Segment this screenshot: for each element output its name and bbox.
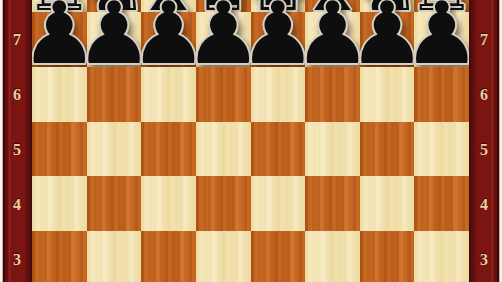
square-a6[interactable]	[32, 67, 87, 122]
rank-label-right-3: 3	[469, 250, 502, 270]
square-e4[interactable]	[251, 176, 306, 231]
square-c3[interactable]	[141, 231, 196, 282]
chess-board: ♜♞♝♛♚♝♞♜♟♟♟♟♟♟♟♟	[32, 0, 469, 282]
square-e5[interactable]	[251, 122, 306, 177]
square-c4[interactable]	[141, 176, 196, 231]
square-e3[interactable]	[251, 231, 306, 282]
square-f3[interactable]	[305, 231, 360, 282]
square-h6[interactable]	[414, 67, 469, 122]
square-g4[interactable]	[360, 176, 415, 231]
square-d6[interactable]	[196, 67, 251, 122]
square-a5[interactable]	[32, 122, 87, 177]
square-h4[interactable]	[414, 176, 469, 231]
piece-black-pawn-h7[interactable]: ♟	[403, 0, 469, 76]
square-f5[interactable]	[305, 122, 360, 177]
square-g6[interactable]	[360, 67, 415, 122]
square-h3[interactable]	[414, 231, 469, 282]
chess-app-window: ♜♞♝♛♚♝♞♜♟♟♟♟♟♟♟♟ 76543 76543	[0, 0, 502, 282]
square-d5[interactable]	[196, 122, 251, 177]
square-h7[interactable]: ♟	[414, 12, 469, 67]
square-b5[interactable]	[87, 122, 142, 177]
square-f6[interactable]	[305, 67, 360, 122]
square-a3[interactable]	[32, 231, 87, 282]
square-d3[interactable]	[196, 231, 251, 282]
square-d4[interactable]	[196, 176, 251, 231]
square-b4[interactable]	[87, 176, 142, 231]
square-c5[interactable]	[141, 122, 196, 177]
rank-label-right-4: 4	[469, 195, 502, 215]
rank-label-left-3: 3	[0, 250, 32, 270]
rank-label-right-6: 6	[469, 85, 502, 105]
square-e6[interactable]	[251, 67, 306, 122]
square-c6[interactable]	[141, 67, 196, 122]
square-h5[interactable]	[414, 122, 469, 177]
rank-label-left-7: 7	[0, 30, 32, 50]
square-b6[interactable]	[87, 67, 142, 122]
rank-label-left-6: 6	[0, 85, 32, 105]
square-f4[interactable]	[305, 176, 360, 231]
board-frame-left: 76543	[0, 0, 32, 282]
rank-label-left-5: 5	[0, 140, 32, 160]
rank-label-left-4: 4	[0, 195, 32, 215]
board-frame-right: 76543	[469, 0, 502, 282]
rank-label-right-5: 5	[469, 140, 502, 160]
square-g3[interactable]	[360, 231, 415, 282]
rank-label-right-7: 7	[469, 30, 502, 50]
square-b3[interactable]	[87, 231, 142, 282]
square-g5[interactable]	[360, 122, 415, 177]
square-a4[interactable]	[32, 176, 87, 231]
